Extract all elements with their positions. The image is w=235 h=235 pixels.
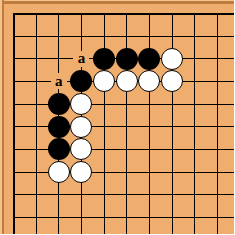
grid-line-vertical [194, 13, 195, 235]
white-stone [70, 138, 92, 160]
point-label-a: a [73, 51, 89, 67]
grid-line-vertical [217, 13, 218, 235]
black-stone [48, 138, 70, 160]
grid-line-horizontal [13, 126, 235, 127]
black-stone [138, 48, 160, 70]
grid-line-vertical [149, 13, 150, 235]
black-stone [116, 48, 138, 70]
grid-line-horizontal [13, 36, 235, 37]
grid-line-horizontal [13, 149, 235, 150]
black-stone [48, 116, 70, 138]
black-stone [93, 48, 115, 70]
white-stone [93, 70, 115, 92]
grid-line-vertical [126, 13, 127, 235]
board-edge-line-horizontal [13, 13, 235, 15]
grid-line-horizontal [13, 172, 235, 173]
point-label-a: a [51, 73, 67, 89]
white-stone [161, 48, 183, 70]
black-stone [70, 70, 92, 92]
white-stone [116, 70, 138, 92]
grid-line-vertical [104, 13, 105, 235]
grid-line-vertical [36, 13, 37, 235]
white-stone [138, 70, 160, 92]
white-stone [70, 93, 92, 115]
go-board-diagram: aa [0, 0, 234, 234]
board-frame-left-edge [0, 0, 4, 234]
board-edge-line-vertical [13, 13, 15, 235]
white-stone [70, 161, 92, 183]
grid-line-horizontal [13, 104, 235, 105]
white-stone [161, 70, 183, 92]
white-stone [70, 116, 92, 138]
grid-line-horizontal [13, 194, 235, 195]
board-frame-top-edge [0, 0, 234, 4]
grid-line-horizontal [13, 217, 235, 218]
grid-line-vertical [172, 13, 173, 235]
white-stone [48, 161, 70, 183]
black-stone [48, 93, 70, 115]
